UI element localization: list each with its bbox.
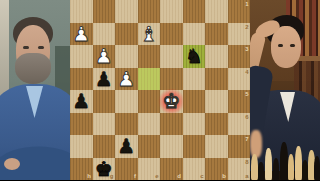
rank-label-4: 4 (245, 69, 248, 75)
square-e5[interactable] (138, 90, 161, 113)
left-player-hand (4, 158, 20, 170)
square-c5[interactable] (183, 90, 206, 113)
square-d1[interactable] (160, 0, 183, 23)
square-d7[interactable] (160, 135, 183, 158)
square-e8[interactable]: e (138, 158, 161, 181)
rank-label-2: 2 (245, 24, 248, 30)
piece-white-pawn-g3: ♟ (95, 45, 113, 67)
square-d2[interactable] (160, 23, 183, 46)
square-h7[interactable] (70, 135, 93, 158)
square-d8[interactable]: d (160, 158, 183, 181)
square-b4[interactable] (205, 68, 228, 91)
square-e4[interactable] (138, 68, 161, 91)
square-e6[interactable] (138, 113, 161, 136)
piece-white-bishop-e2: ♝ (140, 23, 158, 45)
piece-black-pawn-f7: ♟ (117, 135, 135, 157)
square-d6[interactable] (160, 113, 183, 136)
file-label-a: a (245, 173, 248, 179)
square-c3[interactable]: ♞ (183, 45, 206, 68)
file-label-e: e (155, 173, 158, 179)
blurred-chess-piece (295, 146, 302, 180)
square-g3[interactable]: ♟ (93, 45, 116, 68)
file-label-c: c (200, 173, 203, 179)
square-d3[interactable] (160, 45, 183, 68)
square-h5[interactable]: ♟ (70, 90, 93, 113)
blurred-chess-piece (273, 158, 279, 180)
square-h6[interactable] (70, 113, 93, 136)
square-e3[interactable] (138, 45, 161, 68)
square-b3[interactable] (205, 45, 228, 68)
square-b7[interactable] (205, 135, 228, 158)
square-g5[interactable] (93, 90, 116, 113)
left-player-eyes (23, 46, 29, 49)
square-g2[interactable] (93, 23, 116, 46)
file-label-g: g (110, 173, 114, 179)
square-h8[interactable]: h (70, 158, 93, 181)
square-b8[interactable]: b (205, 158, 228, 181)
rank-label-7: 7 (245, 136, 248, 142)
square-a6[interactable]: 6 (228, 113, 251, 136)
broadcast-thumbnail: 1♟♝2♟♞3♟♟4♟♚56♟7h♚gfedcb8a (0, 0, 320, 180)
piece-white-pawn-h2: ♟ (72, 23, 90, 45)
rank-label-8: 8 (245, 159, 248, 165)
right-player-photo (250, 0, 320, 180)
foreground-chess-set (250, 132, 320, 180)
square-c6[interactable] (183, 113, 206, 136)
square-a1[interactable]: 1 (228, 0, 251, 23)
square-c2[interactable] (183, 23, 206, 46)
square-g8[interactable]: ♚g (93, 158, 116, 181)
piece-black-knight-c3: ♞ (185, 45, 203, 67)
piece-white-pawn-f4: ♟ (117, 68, 135, 90)
file-label-d: d (177, 173, 181, 179)
rank-label-6: 6 (245, 114, 248, 120)
square-g1[interactable] (93, 0, 116, 23)
square-b1[interactable] (205, 0, 228, 23)
square-f3[interactable] (115, 45, 138, 68)
square-a3[interactable]: 3 (228, 45, 251, 68)
square-c7[interactable] (183, 135, 206, 158)
square-f6[interactable] (115, 113, 138, 136)
square-g6[interactable] (93, 113, 116, 136)
square-h1[interactable] (70, 0, 93, 23)
rank-label-1: 1 (245, 1, 248, 7)
blurred-chess-piece (288, 154, 294, 180)
rank-label-5: 5 (245, 91, 248, 97)
square-h2[interactable]: ♟ (70, 23, 93, 46)
square-c1[interactable] (183, 0, 206, 23)
right-player-eyes (278, 44, 283, 47)
piece-black-pawn-h5: ♟ (72, 90, 90, 112)
left-player-photo (0, 0, 70, 180)
blurred-chess-piece (258, 162, 264, 180)
file-label-b: b (222, 173, 226, 179)
square-a5[interactable]: 5 (228, 90, 251, 113)
square-c4[interactable] (183, 68, 206, 91)
square-f2[interactable] (115, 23, 138, 46)
chess-board: 1♟♝2♟♞3♟♟4♟♚56♟7h♚gfedcb8a (70, 0, 250, 180)
square-a7[interactable]: 7 (228, 135, 251, 158)
blurred-chess-piece (280, 142, 288, 180)
rank-label-3: 3 (245, 46, 248, 52)
piece-white-king-d5: ♚ (162, 90, 180, 112)
square-a2[interactable]: 2 (228, 23, 251, 46)
piece-black-pawn-g4: ♟ (95, 68, 113, 90)
blurred-chess-piece (265, 148, 272, 180)
blurred-chess-piece (251, 154, 258, 180)
square-b2[interactable] (205, 23, 228, 46)
square-g7[interactable] (93, 135, 116, 158)
square-h4[interactable] (70, 68, 93, 91)
file-label-h: h (87, 173, 91, 179)
square-f1[interactable] (115, 0, 138, 23)
square-e2[interactable]: ♝ (138, 23, 161, 46)
square-f5[interactable] (115, 90, 138, 113)
square-b5[interactable] (205, 90, 228, 113)
blurred-chess-piece (314, 156, 320, 180)
square-a8[interactable]: 8a (228, 158, 251, 181)
square-f7[interactable]: ♟ (115, 135, 138, 158)
square-b6[interactable] (205, 113, 228, 136)
file-label-f: f (134, 173, 136, 179)
left-player-beard (15, 53, 51, 84)
square-d4[interactable] (160, 68, 183, 91)
square-a4[interactable]: 4 (228, 68, 251, 91)
square-e1[interactable] (138, 0, 161, 23)
square-e7[interactable] (138, 135, 161, 158)
square-d5[interactable]: ♚ (160, 90, 183, 113)
square-c8[interactable]: c (183, 158, 206, 181)
square-g4[interactable]: ♟ (93, 68, 116, 91)
square-f8[interactable]: f (115, 158, 138, 181)
square-f4[interactable]: ♟ (115, 68, 138, 91)
square-h3[interactable] (70, 45, 93, 68)
